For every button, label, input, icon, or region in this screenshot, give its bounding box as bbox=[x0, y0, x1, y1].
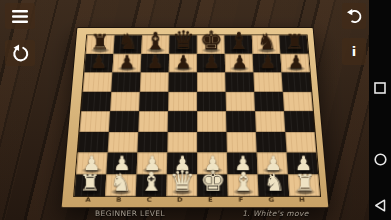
move-indicator: 1. White's move bbox=[218, 209, 333, 218]
square-h5[interactable] bbox=[283, 91, 313, 111]
square-g5[interactable] bbox=[254, 91, 284, 111]
board-grid: ♜♞♝♛♚♝♞♜♟♟♟♟♟♟♟♟♟♟♟♟♟♟♟♟♜♞♝♛♚♝♞♜ bbox=[73, 35, 321, 198]
black-pawn[interactable]: ♟ bbox=[146, 53, 163, 71]
white-knight[interactable]: ♞ bbox=[263, 171, 285, 195]
square-e5[interactable] bbox=[197, 91, 226, 111]
square-a4[interactable] bbox=[79, 111, 110, 131]
black-queen[interactable]: ♛ bbox=[171, 27, 194, 53]
info-button[interactable]: i bbox=[342, 38, 366, 65]
black-rook[interactable]: ♜ bbox=[90, 31, 109, 52]
rotate-reset-icon bbox=[11, 44, 30, 63]
menu-button[interactable] bbox=[5, 3, 35, 29]
black-rook[interactable]: ♜ bbox=[285, 31, 304, 52]
square-e7[interactable]: ♟ bbox=[197, 53, 225, 72]
square-f6[interactable] bbox=[225, 72, 254, 91]
square-b5[interactable] bbox=[110, 91, 140, 111]
undo-icon bbox=[345, 7, 363, 25]
square-d3[interactable] bbox=[167, 132, 197, 153]
square-c6[interactable] bbox=[140, 72, 169, 91]
back-button[interactable] bbox=[373, 199, 387, 213]
square-f5[interactable] bbox=[226, 91, 255, 111]
square-e6[interactable] bbox=[197, 72, 226, 91]
back-triangle-icon bbox=[374, 197, 386, 216]
square-a1[interactable]: ♜ bbox=[74, 174, 106, 196]
square-h3[interactable] bbox=[285, 132, 316, 153]
white-king[interactable]: ♚ bbox=[200, 166, 226, 195]
file-label-f: F bbox=[225, 195, 256, 205]
black-knight[interactable]: ♞ bbox=[257, 30, 277, 52]
square-e4[interactable] bbox=[197, 111, 226, 131]
file-label-h: H bbox=[286, 195, 317, 205]
square-h7[interactable]: ♟ bbox=[280, 53, 309, 72]
square-h4[interactable] bbox=[284, 111, 315, 131]
square-f7[interactable]: ♟ bbox=[225, 53, 254, 72]
square-c3[interactable] bbox=[137, 132, 167, 153]
square-d7[interactable]: ♟ bbox=[169, 53, 197, 72]
home-button[interactable] bbox=[373, 153, 387, 167]
recents-square-icon bbox=[374, 79, 386, 98]
black-pawn[interactable]: ♟ bbox=[203, 53, 220, 71]
board-scene: ♜♞♝♛♚♝♞♜♟♟♟♟♟♟♟♟♟♟♟♟♟♟♟♟♜♞♝♛♚♝♞♜ ABCDEFG… bbox=[69, 2, 321, 220]
square-f4[interactable] bbox=[226, 111, 256, 131]
square-d1[interactable]: ♛ bbox=[166, 174, 197, 196]
square-b1[interactable]: ♞ bbox=[105, 174, 137, 196]
square-b4[interactable] bbox=[109, 111, 139, 131]
chess-board[interactable]: ♜♞♝♛♚♝♞♜♟♟♟♟♟♟♟♟♟♟♟♟♟♟♟♟♜♞♝♛♚♝♞♜ ABCDEFG… bbox=[61, 27, 330, 208]
file-label-g: G bbox=[256, 195, 287, 205]
file-label-a: A bbox=[72, 195, 103, 205]
recents-button[interactable] bbox=[373, 81, 387, 95]
square-g6[interactable] bbox=[253, 72, 282, 91]
square-f1[interactable]: ♝ bbox=[227, 174, 258, 196]
black-pawn[interactable]: ♟ bbox=[287, 53, 304, 71]
file-label-c: C bbox=[134, 195, 165, 205]
square-h6[interactable] bbox=[282, 72, 312, 91]
square-d4[interactable] bbox=[168, 111, 197, 131]
square-e1[interactable]: ♚ bbox=[197, 174, 228, 196]
square-g4[interactable] bbox=[255, 111, 285, 131]
file-label-b: B bbox=[103, 195, 134, 205]
level-indicator: BEGINNER LEVEL bbox=[70, 209, 190, 218]
square-b7[interactable]: ♟ bbox=[112, 53, 141, 72]
square-d5[interactable] bbox=[168, 91, 197, 111]
undo-button[interactable] bbox=[342, 3, 366, 29]
square-c1[interactable]: ♝ bbox=[136, 174, 167, 196]
square-a5[interactable] bbox=[81, 91, 111, 111]
white-rook[interactable]: ♜ bbox=[79, 172, 100, 195]
black-pawn[interactable]: ♟ bbox=[231, 53, 248, 71]
square-h1[interactable]: ♜ bbox=[288, 174, 320, 196]
white-rook[interactable]: ♜ bbox=[294, 172, 315, 195]
black-bishop[interactable]: ♝ bbox=[144, 29, 165, 53]
square-a3[interactable] bbox=[78, 132, 109, 153]
square-g1[interactable]: ♞ bbox=[258, 174, 290, 196]
info-icon: i bbox=[352, 45, 356, 58]
square-c4[interactable] bbox=[138, 111, 168, 131]
menu-icon bbox=[11, 9, 29, 24]
square-f3[interactable] bbox=[226, 132, 256, 153]
file-coordinates: ABCDEFGH bbox=[72, 195, 317, 205]
black-knight[interactable]: ♞ bbox=[118, 30, 138, 52]
square-b3[interactable] bbox=[108, 132, 139, 153]
square-c7[interactable]: ♟ bbox=[141, 53, 170, 72]
file-label-d: D bbox=[164, 195, 195, 205]
black-king[interactable]: ♚ bbox=[199, 27, 222, 53]
rotate-reset-button[interactable] bbox=[5, 40, 35, 66]
black-bishop[interactable]: ♝ bbox=[228, 29, 249, 53]
chess-app-screen: i ♜♞♝♛♚♝♞♜♟♟♟♟♟♟♟♟♟♟♟♟♟♟♟♟♜♞♝♛♚♝♞♜ ABCDE… bbox=[0, 0, 391, 220]
square-a7[interactable]: ♟ bbox=[84, 53, 113, 72]
file-label-e: E bbox=[195, 195, 226, 205]
black-pawn[interactable]: ♟ bbox=[259, 53, 276, 71]
square-g3[interactable] bbox=[256, 132, 287, 153]
white-bishop[interactable]: ♝ bbox=[231, 169, 255, 195]
android-nav-bar bbox=[369, 0, 391, 220]
square-g7[interactable]: ♟ bbox=[253, 53, 282, 72]
black-pawn[interactable]: ♟ bbox=[118, 53, 135, 71]
black-pawn[interactable]: ♟ bbox=[175, 53, 192, 71]
square-d6[interactable] bbox=[168, 72, 197, 91]
white-knight[interactable]: ♞ bbox=[109, 171, 131, 195]
square-b6[interactable] bbox=[111, 72, 140, 91]
black-pawn[interactable]: ♟ bbox=[90, 53, 107, 71]
square-c5[interactable] bbox=[139, 91, 168, 111]
square-e3[interactable] bbox=[197, 132, 227, 153]
square-a6[interactable] bbox=[83, 72, 113, 91]
white-bishop[interactable]: ♝ bbox=[139, 169, 163, 195]
home-circle-icon bbox=[374, 151, 387, 170]
white-queen[interactable]: ♛ bbox=[169, 166, 195, 195]
